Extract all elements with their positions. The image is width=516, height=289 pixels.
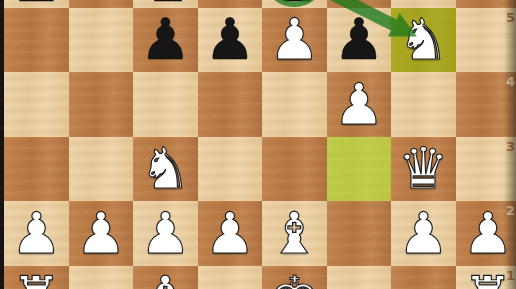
square-a6[interactable]: ♟	[4, 0, 69, 8]
square-g5[interactable]: ♞	[391, 8, 456, 73]
square-d1[interactable]	[198, 266, 263, 289]
square-a2[interactable]: ♟	[4, 201, 69, 266]
white-knight-g5[interactable]: ♞	[391, 8, 456, 73]
square-e2[interactable]: ♝	[262, 201, 327, 266]
square-g2[interactable]: ♟	[391, 201, 456, 266]
black-pawn-c5[interactable]: ♟	[133, 8, 198, 73]
square-d5[interactable]: ♟	[198, 8, 263, 73]
square-f2[interactable]	[327, 201, 392, 266]
square-d2[interactable]: ♟	[198, 201, 263, 266]
white-pawn-d2[interactable]: ♟	[198, 201, 263, 266]
square-g4[interactable]	[391, 72, 456, 137]
square-c5[interactable]: ♟	[133, 8, 198, 73]
white-bishop-c1[interactable]: ♝	[133, 266, 198, 289]
white-rook-a1[interactable]: ♜	[4, 266, 69, 289]
white-pawn-b2[interactable]: ♟	[69, 201, 134, 266]
square-c3[interactable]: ♞	[133, 137, 198, 202]
square-h2[interactable]: ♟2	[456, 201, 516, 266]
square-e5[interactable]: ♟	[262, 8, 327, 73]
square-f4[interactable]: ♟	[327, 72, 392, 137]
square-c1[interactable]: ♝	[133, 266, 198, 289]
square-h6[interactable]	[456, 0, 516, 8]
black-pawn-f5[interactable]: ♟	[327, 8, 392, 73]
square-h5[interactable]: 5	[456, 8, 516, 73]
square-a3[interactable]	[4, 137, 69, 202]
square-g1[interactable]	[391, 266, 456, 289]
rank-label-3: 3	[506, 139, 515, 154]
white-queen-g3[interactable]: ♛	[391, 137, 456, 202]
square-d4[interactable]	[198, 72, 263, 137]
rank-label-5: 5	[506, 10, 515, 25]
white-king-e1[interactable]: ♚	[262, 266, 327, 289]
square-b2[interactable]: ♟	[69, 201, 134, 266]
chess-board[interactable]: ♟♞♞♟♟♟♟♞5♟4♞♛3♟♟♟♟♝♟♟2♜♝♚♜1	[4, 0, 516, 289]
white-knight-c3[interactable]: ♞	[133, 137, 198, 202]
square-e1[interactable]: ♚	[262, 266, 327, 289]
square-b5[interactable]	[69, 8, 134, 73]
square-c4[interactable]	[133, 72, 198, 137]
square-c2[interactable]: ♟	[133, 201, 198, 266]
square-f5[interactable]: ♟	[327, 8, 392, 73]
square-h4[interactable]: 4	[456, 72, 516, 137]
square-b6[interactable]	[69, 0, 134, 8]
white-pawn-g2[interactable]: ♟	[391, 201, 456, 266]
square-a1[interactable]: ♜	[4, 266, 69, 289]
square-g3[interactable]: ♛	[391, 137, 456, 202]
letterbox-edge	[0, 0, 4, 289]
square-a4[interactable]	[4, 72, 69, 137]
square-b3[interactable]	[69, 137, 134, 202]
square-a5[interactable]	[4, 8, 69, 73]
video-frame: ♟♞♞♟♟♟♟♞5♟4♞♛3♟♟♟♟♝♟♟2♜♝♚♜1	[0, 0, 516, 289]
square-e4[interactable]	[262, 72, 327, 137]
white-bishop-e2[interactable]: ♝	[262, 201, 327, 266]
square-b1[interactable]	[69, 266, 134, 289]
square-e3[interactable]	[262, 137, 327, 202]
rank-label-2: 2	[506, 203, 515, 218]
square-f3[interactable]	[327, 137, 392, 202]
rank-label-1: 1	[506, 268, 515, 283]
square-b4[interactable]	[69, 72, 134, 137]
white-pawn-c2[interactable]: ♟	[133, 201, 198, 266]
square-h3[interactable]: 3	[456, 137, 516, 202]
square-d3[interactable]	[198, 137, 263, 202]
black-pawn-d5[interactable]: ♟	[198, 8, 263, 73]
square-f1[interactable]	[327, 266, 392, 289]
white-pawn-e5[interactable]: ♟	[262, 8, 327, 73]
square-h1[interactable]: ♜1	[456, 266, 516, 289]
white-pawn-a2[interactable]: ♟	[4, 201, 69, 266]
rank-label-4: 4	[506, 74, 515, 89]
white-pawn-f4[interactable]: ♟	[327, 72, 392, 137]
black-pawn-a6[interactable]: ♟	[4, 0, 69, 14]
